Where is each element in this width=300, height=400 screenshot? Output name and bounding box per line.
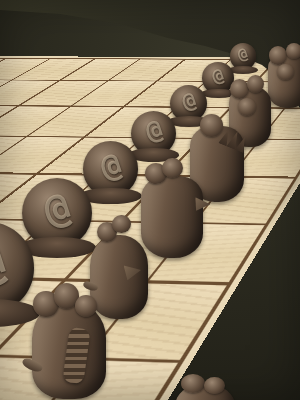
pawn-spiral-mark: @ (0, 232, 12, 292)
piece-pawn-5[interactable]: @ (83, 141, 139, 197)
pawn-spiral-mark: @ (142, 115, 165, 145)
pawn-spiral-mark: @ (236, 46, 250, 64)
pawn-spiral-mark: @ (179, 89, 198, 114)
pawn-spiral-mark: @ (210, 66, 226, 87)
pawn-spiral-mark: @ (39, 185, 75, 231)
piece-pawn-1[interactable]: @ (230, 43, 257, 70)
piece-pawn-4[interactable]: @ (131, 111, 176, 156)
piece-figure-a[interactable] (268, 54, 300, 108)
pawn-spiral-mark: @ (96, 147, 124, 184)
piece-elephant-figure[interactable] (32, 301, 106, 399)
piece-owl-figure[interactable] (90, 235, 148, 319)
piece-pawn-3[interactable]: @ (170, 85, 207, 122)
piece-tall-cylinder[interactable] (141, 176, 203, 258)
photo-scene: shogi (handmade ceramic art set on carve… (0, 0, 300, 400)
piece-peek-figure[interactable] (175, 384, 235, 400)
piece-pawn-6[interactable]: @ (22, 178, 92, 248)
